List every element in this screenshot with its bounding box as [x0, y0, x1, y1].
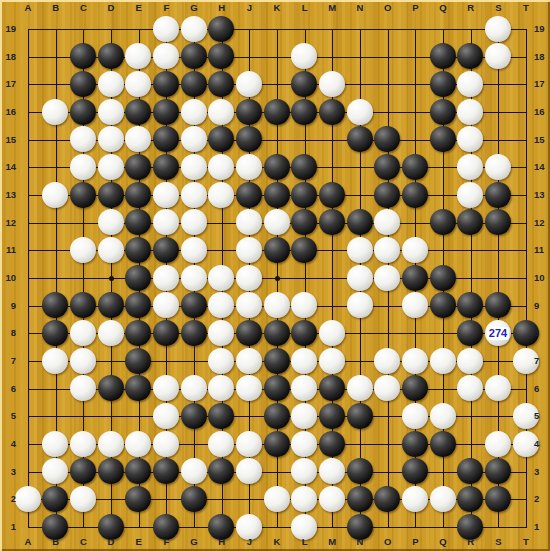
intersection-P18[interactable]	[401, 43, 429, 71]
intersection-S8[interactable]: 274	[484, 319, 512, 347]
intersection-R17[interactable]	[457, 70, 485, 98]
intersection-P14[interactable]	[401, 153, 429, 181]
intersection-C13[interactable]	[69, 181, 97, 209]
intersection-C18[interactable]	[69, 43, 97, 71]
intersection-H2[interactable]	[208, 485, 236, 513]
intersection-C10[interactable]	[69, 264, 97, 292]
intersection-B18[interactable]	[42, 43, 70, 71]
intersection-K8[interactable]	[263, 319, 291, 347]
intersection-G7[interactable]	[180, 347, 208, 375]
intersection-E3[interactable]	[125, 458, 153, 486]
intersection-O2[interactable]	[374, 485, 402, 513]
intersection-H12[interactable]	[208, 209, 236, 237]
intersection-O19[interactable]	[374, 15, 402, 43]
intersection-Q13[interactable]	[429, 181, 457, 209]
intersection-N15[interactable]	[346, 126, 374, 154]
intersection-K18[interactable]	[263, 43, 291, 71]
intersection-N11[interactable]	[346, 236, 374, 264]
intersection-E18[interactable]	[125, 43, 153, 71]
intersection-E15[interactable]	[125, 126, 153, 154]
intersection-B17[interactable]	[42, 70, 70, 98]
intersection-M18[interactable]	[318, 43, 346, 71]
intersection-Q5[interactable]	[429, 402, 457, 430]
intersection-O17[interactable]	[374, 70, 402, 98]
intersection-J19[interactable]	[235, 15, 263, 43]
intersection-L18[interactable]	[291, 43, 319, 71]
intersection-L14[interactable]	[291, 153, 319, 181]
intersection-F6[interactable]	[152, 375, 180, 403]
intersection-E7[interactable]	[125, 347, 153, 375]
intersection-L19[interactable]	[291, 15, 319, 43]
intersection-G17[interactable]	[180, 70, 208, 98]
intersection-C12[interactable]	[69, 209, 97, 237]
intersection-F5[interactable]	[152, 402, 180, 430]
intersection-L5[interactable]	[291, 402, 319, 430]
intersection-B15[interactable]	[42, 126, 70, 154]
intersection-M12[interactable]	[318, 209, 346, 237]
intersection-H6[interactable]	[208, 375, 236, 403]
intersection-L4[interactable]	[291, 430, 319, 458]
intersection-E11[interactable]	[125, 236, 153, 264]
intersection-N9[interactable]	[346, 292, 374, 320]
intersection-H17[interactable]	[208, 70, 236, 98]
intersection-N18[interactable]	[346, 43, 374, 71]
intersection-R6[interactable]	[457, 375, 485, 403]
intersection-J8[interactable]	[235, 319, 263, 347]
intersection-R16[interactable]	[457, 98, 485, 126]
intersection-K3[interactable]	[263, 458, 291, 486]
intersection-Q19[interactable]	[429, 15, 457, 43]
intersection-L15[interactable]	[291, 126, 319, 154]
intersection-Q6[interactable]	[429, 375, 457, 403]
intersection-H14[interactable]	[208, 153, 236, 181]
intersection-R19[interactable]	[457, 15, 485, 43]
intersection-P16[interactable]	[401, 98, 429, 126]
intersection-H8[interactable]	[208, 319, 236, 347]
intersection-M7[interactable]	[318, 347, 346, 375]
intersection-P11[interactable]	[401, 236, 429, 264]
intersection-F18[interactable]	[152, 43, 180, 71]
intersection-S10[interactable]	[484, 264, 512, 292]
intersection-N4[interactable]	[346, 430, 374, 458]
intersection-S4[interactable]	[484, 430, 512, 458]
intersection-G6[interactable]	[180, 375, 208, 403]
intersection-B6[interactable]	[42, 375, 70, 403]
intersection-C2[interactable]	[69, 485, 97, 513]
intersection-C3[interactable]	[69, 458, 97, 486]
intersection-J6[interactable]	[235, 375, 263, 403]
intersection-D15[interactable]	[97, 126, 125, 154]
intersection-P12[interactable]	[401, 209, 429, 237]
intersection-R3[interactable]	[457, 458, 485, 486]
intersection-E2[interactable]	[125, 485, 153, 513]
intersection-G16[interactable]	[180, 98, 208, 126]
intersection-S16[interactable]	[484, 98, 512, 126]
intersection-L2[interactable]	[291, 485, 319, 513]
intersection-Q8[interactable]	[429, 319, 457, 347]
intersection-Q3[interactable]	[429, 458, 457, 486]
intersection-M6[interactable]	[318, 375, 346, 403]
intersection-M3[interactable]	[318, 458, 346, 486]
intersection-J18[interactable]	[235, 43, 263, 71]
intersection-L6[interactable]	[291, 375, 319, 403]
intersection-G5[interactable]	[180, 402, 208, 430]
intersection-O12[interactable]	[374, 209, 402, 237]
intersection-B14[interactable]	[42, 153, 70, 181]
intersection-L7[interactable]	[291, 347, 319, 375]
intersection-S7[interactable]	[484, 347, 512, 375]
intersection-N19[interactable]	[346, 15, 374, 43]
intersection-J3[interactable]	[235, 458, 263, 486]
intersection-G8[interactable]	[180, 319, 208, 347]
intersection-M16[interactable]	[318, 98, 346, 126]
intersection-B9[interactable]	[42, 292, 70, 320]
intersection-C9[interactable]	[69, 292, 97, 320]
intersection-S17[interactable]	[484, 70, 512, 98]
intersection-Q15[interactable]	[429, 126, 457, 154]
intersection-Q2[interactable]	[429, 485, 457, 513]
intersection-H19[interactable]	[208, 15, 236, 43]
intersection-N6[interactable]	[346, 375, 374, 403]
intersection-G4[interactable]	[180, 430, 208, 458]
intersection-C19[interactable]	[69, 15, 97, 43]
intersection-M8[interactable]	[318, 319, 346, 347]
intersection-D11[interactable]	[97, 236, 125, 264]
intersection-P4[interactable]	[401, 430, 429, 458]
intersection-R13[interactable]	[457, 181, 485, 209]
intersection-J5[interactable]	[235, 402, 263, 430]
intersection-J14[interactable]	[235, 153, 263, 181]
intersection-C5[interactable]	[69, 402, 97, 430]
intersection-Q17[interactable]	[429, 70, 457, 98]
intersection-K4[interactable]	[263, 430, 291, 458]
intersection-J13[interactable]	[235, 181, 263, 209]
intersection-S14[interactable]	[484, 153, 512, 181]
intersection-P6[interactable]	[401, 375, 429, 403]
intersection-B2[interactable]	[42, 485, 70, 513]
intersection-P13[interactable]	[401, 181, 429, 209]
intersection-J17[interactable]	[235, 70, 263, 98]
intersection-S2[interactable]	[484, 485, 512, 513]
intersection-G10[interactable]	[180, 264, 208, 292]
intersection-P17[interactable]	[401, 70, 429, 98]
intersection-O8[interactable]	[374, 319, 402, 347]
intersection-D9[interactable]	[97, 292, 125, 320]
intersection-F13[interactable]	[152, 181, 180, 209]
intersection-K10[interactable]	[263, 264, 291, 292]
intersection-M13[interactable]	[318, 181, 346, 209]
intersection-O4[interactable]	[374, 430, 402, 458]
intersection-E14[interactable]	[125, 153, 153, 181]
intersection-Q14[interactable]	[429, 153, 457, 181]
intersection-E8[interactable]	[125, 319, 153, 347]
intersection-G13[interactable]	[180, 181, 208, 209]
intersection-B4[interactable]	[42, 430, 70, 458]
intersection-B16[interactable]	[42, 98, 70, 126]
intersection-N5[interactable]	[346, 402, 374, 430]
intersection-R18[interactable]	[457, 43, 485, 71]
intersection-J15[interactable]	[235, 126, 263, 154]
intersection-J12[interactable]	[235, 209, 263, 237]
intersection-M9[interactable]	[318, 292, 346, 320]
intersection-K19[interactable]	[263, 15, 291, 43]
intersection-K9[interactable]	[263, 292, 291, 320]
intersection-B7[interactable]	[42, 347, 70, 375]
intersection-D8[interactable]	[97, 319, 125, 347]
intersection-E10[interactable]	[125, 264, 153, 292]
intersection-R12[interactable]	[457, 209, 485, 237]
intersection-R14[interactable]	[457, 153, 485, 181]
intersection-O18[interactable]	[374, 43, 402, 71]
intersection-M5[interactable]	[318, 402, 346, 430]
intersection-O11[interactable]	[374, 236, 402, 264]
intersection-F10[interactable]	[152, 264, 180, 292]
intersection-O14[interactable]	[374, 153, 402, 181]
intersection-C14[interactable]	[69, 153, 97, 181]
intersection-O6[interactable]	[374, 375, 402, 403]
intersection-S5[interactable]	[484, 402, 512, 430]
intersection-D2[interactable]	[97, 485, 125, 513]
intersection-J10[interactable]	[235, 264, 263, 292]
intersection-D16[interactable]	[97, 98, 125, 126]
intersection-E12[interactable]	[125, 209, 153, 237]
intersection-F16[interactable]	[152, 98, 180, 126]
intersection-C11[interactable]	[69, 236, 97, 264]
intersection-K2[interactable]	[263, 485, 291, 513]
intersection-E19[interactable]	[125, 15, 153, 43]
intersection-M10[interactable]	[318, 264, 346, 292]
intersection-L10[interactable]	[291, 264, 319, 292]
intersection-J7[interactable]	[235, 347, 263, 375]
intersection-M19[interactable]	[318, 15, 346, 43]
intersection-C8[interactable]	[69, 319, 97, 347]
intersection-F12[interactable]	[152, 209, 180, 237]
intersection-P2[interactable]	[401, 485, 429, 513]
intersection-R8[interactable]	[457, 319, 485, 347]
intersection-S12[interactable]	[484, 209, 512, 237]
intersection-L13[interactable]	[291, 181, 319, 209]
intersection-M11[interactable]	[318, 236, 346, 264]
intersection-D18[interactable]	[97, 43, 125, 71]
intersection-M4[interactable]	[318, 430, 346, 458]
intersection-M2[interactable]	[318, 485, 346, 513]
intersection-J9[interactable]	[235, 292, 263, 320]
intersection-Q7[interactable]	[429, 347, 457, 375]
intersection-K5[interactable]	[263, 402, 291, 430]
intersection-E13[interactable]	[125, 181, 153, 209]
intersection-L8[interactable]	[291, 319, 319, 347]
intersection-B5[interactable]	[42, 402, 70, 430]
intersection-H5[interactable]	[208, 402, 236, 430]
intersection-R7[interactable]	[457, 347, 485, 375]
intersection-H9[interactable]	[208, 292, 236, 320]
intersection-G19[interactable]	[180, 15, 208, 43]
intersection-L11[interactable]	[291, 236, 319, 264]
intersection-K11[interactable]	[263, 236, 291, 264]
intersection-E6[interactable]	[125, 375, 153, 403]
intersection-Q4[interactable]	[429, 430, 457, 458]
intersection-H7[interactable]	[208, 347, 236, 375]
intersection-H10[interactable]	[208, 264, 236, 292]
intersection-N8[interactable]	[346, 319, 374, 347]
intersection-H4[interactable]	[208, 430, 236, 458]
intersection-J4[interactable]	[235, 430, 263, 458]
intersection-O5[interactable]	[374, 402, 402, 430]
intersection-G2[interactable]	[180, 485, 208, 513]
intersection-R5[interactable]	[457, 402, 485, 430]
intersection-C15[interactable]	[69, 126, 97, 154]
intersection-L9[interactable]	[291, 292, 319, 320]
intersection-S6[interactable]	[484, 375, 512, 403]
intersection-R11[interactable]	[457, 236, 485, 264]
intersection-G11[interactable]	[180, 236, 208, 264]
intersection-K6[interactable]	[263, 375, 291, 403]
intersection-G14[interactable]	[180, 153, 208, 181]
intersection-P7[interactable]	[401, 347, 429, 375]
intersection-F17[interactable]	[152, 70, 180, 98]
intersection-D7[interactable]	[97, 347, 125, 375]
intersection-O13[interactable]	[374, 181, 402, 209]
intersection-G3[interactable]	[180, 458, 208, 486]
intersection-P10[interactable]	[401, 264, 429, 292]
intersection-J11[interactable]	[235, 236, 263, 264]
intersection-C16[interactable]	[69, 98, 97, 126]
intersection-E5[interactable]	[125, 402, 153, 430]
intersection-D4[interactable]	[97, 430, 125, 458]
intersection-L3[interactable]	[291, 458, 319, 486]
intersection-K14[interactable]	[263, 153, 291, 181]
intersection-D5[interactable]	[97, 402, 125, 430]
intersection-K13[interactable]	[263, 181, 291, 209]
intersection-H11[interactable]	[208, 236, 236, 264]
intersection-B8[interactable]	[42, 319, 70, 347]
intersection-D6[interactable]	[97, 375, 125, 403]
intersection-M17[interactable]	[318, 70, 346, 98]
intersection-N7[interactable]	[346, 347, 374, 375]
intersection-E4[interactable]	[125, 430, 153, 458]
intersection-N12[interactable]	[346, 209, 374, 237]
intersection-H15[interactable]	[208, 126, 236, 154]
intersection-B12[interactable]	[42, 209, 70, 237]
intersection-N3[interactable]	[346, 458, 374, 486]
intersection-P3[interactable]	[401, 458, 429, 486]
intersection-S3[interactable]	[484, 458, 512, 486]
intersection-E17[interactable]	[125, 70, 153, 98]
intersection-O15[interactable]	[374, 126, 402, 154]
intersection-Q12[interactable]	[429, 209, 457, 237]
intersection-R10[interactable]	[457, 264, 485, 292]
intersection-S11[interactable]	[484, 236, 512, 264]
intersection-C17[interactable]	[69, 70, 97, 98]
intersection-M15[interactable]	[318, 126, 346, 154]
intersection-O9[interactable]	[374, 292, 402, 320]
intersection-M14[interactable]	[318, 153, 346, 181]
intersection-K12[interactable]	[263, 209, 291, 237]
intersection-G15[interactable]	[180, 126, 208, 154]
intersection-C6[interactable]	[69, 375, 97, 403]
intersection-F14[interactable]	[152, 153, 180, 181]
intersection-D17[interactable]	[97, 70, 125, 98]
intersection-G9[interactable]	[180, 292, 208, 320]
intersection-C4[interactable]	[69, 430, 97, 458]
intersection-N2[interactable]	[346, 485, 374, 513]
intersection-B10[interactable]	[42, 264, 70, 292]
intersection-Q18[interactable]	[429, 43, 457, 71]
intersection-L16[interactable]	[291, 98, 319, 126]
intersection-N13[interactable]	[346, 181, 374, 209]
intersection-S9[interactable]	[484, 292, 512, 320]
intersection-J16[interactable]	[235, 98, 263, 126]
intersection-F11[interactable]	[152, 236, 180, 264]
intersection-K15[interactable]	[263, 126, 291, 154]
intersection-F8[interactable]	[152, 319, 180, 347]
intersection-O7[interactable]	[374, 347, 402, 375]
intersection-D3[interactable]	[97, 458, 125, 486]
intersection-H16[interactable]	[208, 98, 236, 126]
intersection-E9[interactable]	[125, 292, 153, 320]
intersection-P5[interactable]	[401, 402, 429, 430]
intersection-P8[interactable]	[401, 319, 429, 347]
intersection-D19[interactable]	[97, 15, 125, 43]
intersection-H18[interactable]	[208, 43, 236, 71]
intersection-B19[interactable]	[42, 15, 70, 43]
intersection-F7[interactable]	[152, 347, 180, 375]
intersection-F19[interactable]	[152, 15, 180, 43]
intersection-D14[interactable]	[97, 153, 125, 181]
intersection-N14[interactable]	[346, 153, 374, 181]
intersection-G18[interactable]	[180, 43, 208, 71]
intersection-K17[interactable]	[263, 70, 291, 98]
intersection-Q10[interactable]	[429, 264, 457, 292]
intersection-R4[interactable]	[457, 430, 485, 458]
intersection-L17[interactable]	[291, 70, 319, 98]
intersection-P19[interactable]	[401, 15, 429, 43]
intersection-B3[interactable]	[42, 458, 70, 486]
intersection-K7[interactable]	[263, 347, 291, 375]
intersection-R15[interactable]	[457, 126, 485, 154]
intersection-C7[interactable]	[69, 347, 97, 375]
intersection-F3[interactable]	[152, 458, 180, 486]
intersection-Q11[interactable]	[429, 236, 457, 264]
intersection-L12[interactable]	[291, 209, 319, 237]
intersection-E16[interactable]	[125, 98, 153, 126]
intersection-B11[interactable]	[42, 236, 70, 264]
intersection-S18[interactable]	[484, 43, 512, 71]
intersection-F2[interactable]	[152, 485, 180, 513]
intersection-S19[interactable]	[484, 15, 512, 43]
intersection-N16[interactable]	[346, 98, 374, 126]
intersection-Q9[interactable]	[429, 292, 457, 320]
intersection-D10[interactable]	[97, 264, 125, 292]
intersection-Q16[interactable]	[429, 98, 457, 126]
intersection-S15[interactable]	[484, 126, 512, 154]
intersection-H3[interactable]	[208, 458, 236, 486]
intersection-F15[interactable]	[152, 126, 180, 154]
intersection-D13[interactable]	[97, 181, 125, 209]
intersection-D12[interactable]	[97, 209, 125, 237]
intersection-S13[interactable]	[484, 181, 512, 209]
intersection-K16[interactable]	[263, 98, 291, 126]
intersection-O10[interactable]	[374, 264, 402, 292]
intersection-P9[interactable]	[401, 292, 429, 320]
intersection-N10[interactable]	[346, 264, 374, 292]
intersection-R9[interactable]	[457, 292, 485, 320]
intersection-P15[interactable]	[401, 126, 429, 154]
intersection-H13[interactable]	[208, 181, 236, 209]
intersection-O3[interactable]	[374, 458, 402, 486]
intersection-G12[interactable]	[180, 209, 208, 237]
intersection-F4[interactable]	[152, 430, 180, 458]
